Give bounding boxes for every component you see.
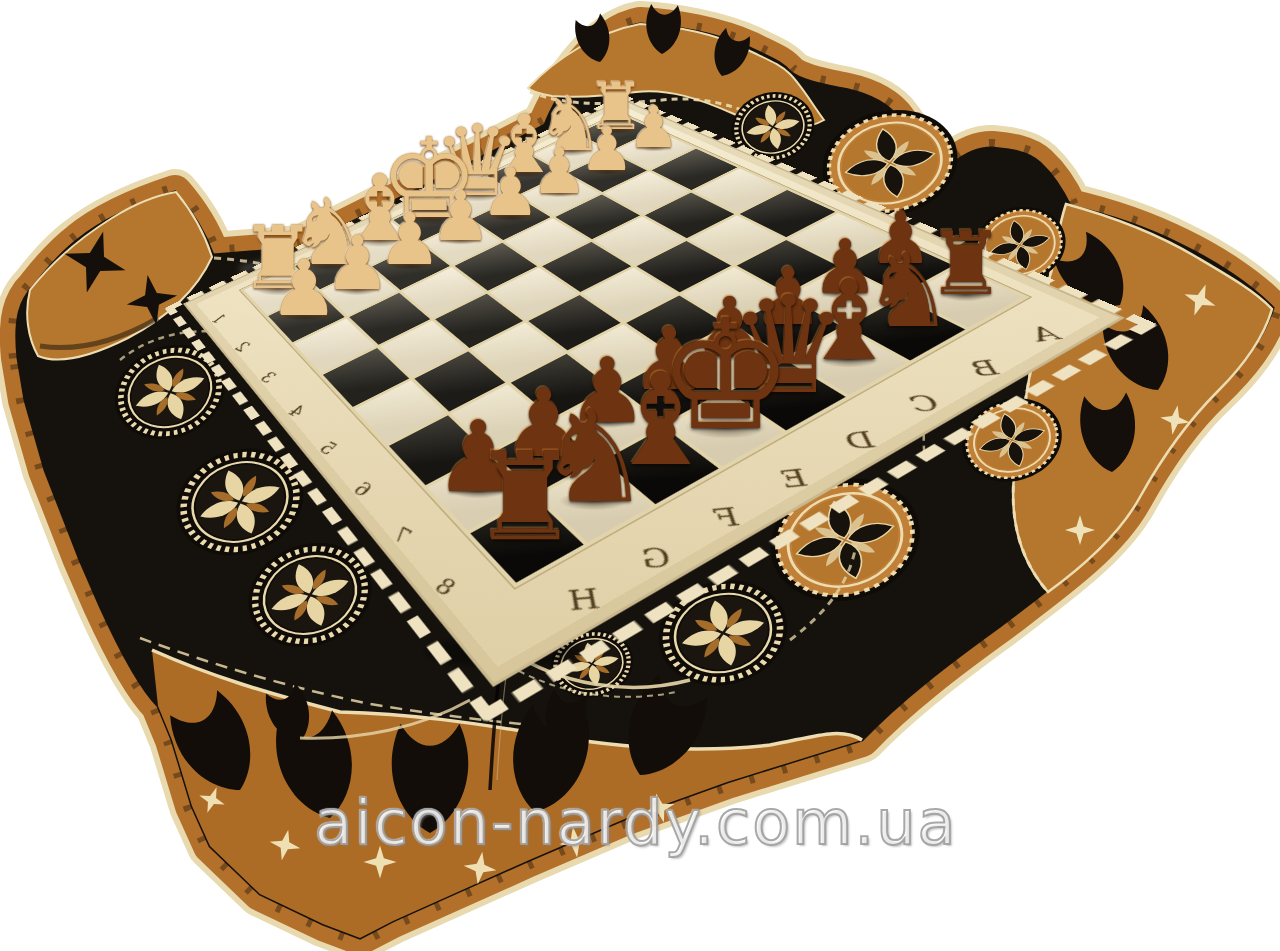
piece-white-pawn[interactable]: ♟ (628, 99, 680, 157)
piece-black-rook[interactable]: ♜ (471, 437, 580, 558)
piece-white-pawn[interactable]: ♟ (269, 250, 339, 328)
watermark: aicon-nardy.com.ua (256, 786, 1016, 859)
piece-white-pawn[interactable]: ♟ (580, 119, 634, 179)
product-photo-chess-case: 12345678 ABCDEFGH ♜♞♝♛♚♝♞♜♟♟♟♟♟♟♟♟♟♟♟♟♟♟… (0, 0, 1280, 951)
